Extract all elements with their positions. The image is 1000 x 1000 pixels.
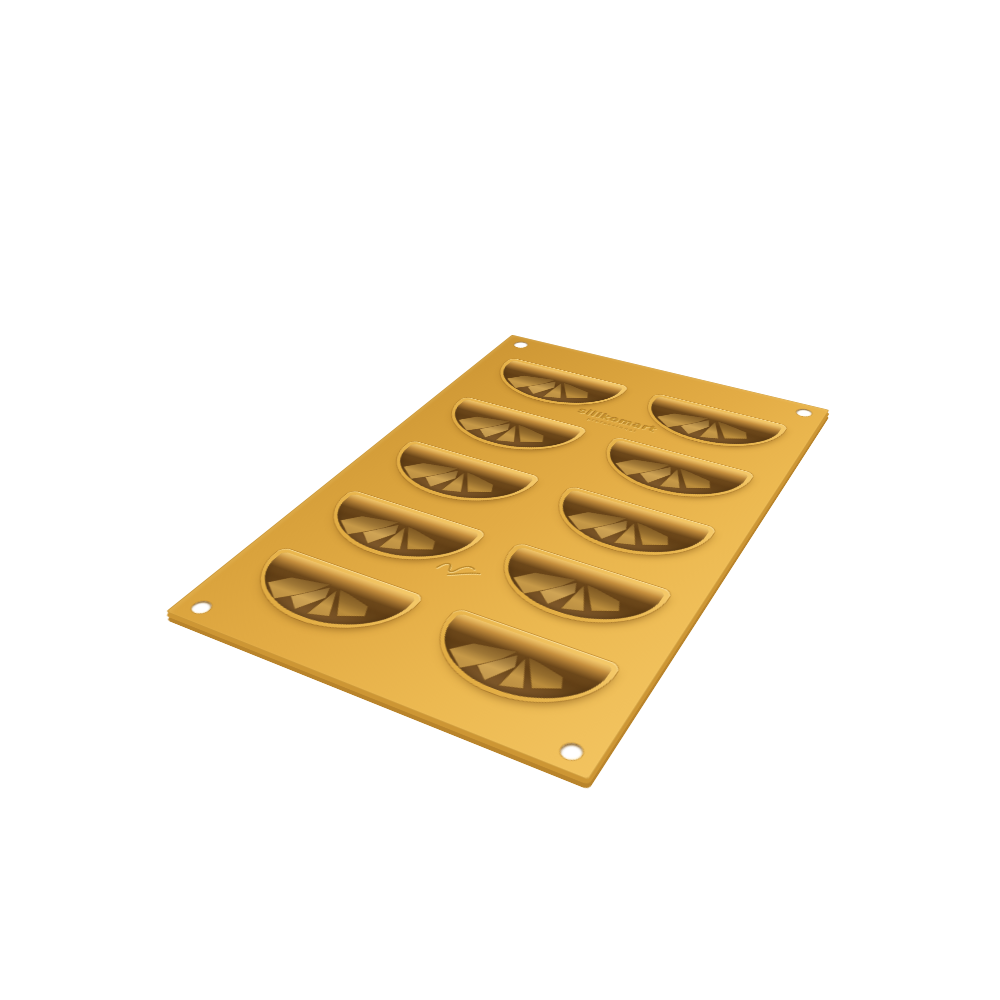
- cavity-pit: [236, 551, 417, 643]
- corner-hole: [512, 341, 531, 349]
- citrus-wedge: [613, 521, 649, 548]
- corner-hole: [794, 408, 813, 418]
- cavity-grid: [512, 335, 830, 410]
- mold-cavity: [408, 608, 622, 726]
- citrus-wedge: [588, 514, 633, 544]
- cavity-pit: [541, 490, 710, 568]
- citrus-wedge: [560, 583, 600, 615]
- w-monogram-icon: [424, 551, 493, 588]
- citrus-wedge: [504, 563, 576, 604]
- citrus-wedge: [256, 568, 331, 610]
- cavity-shadow-overlay: [311, 493, 479, 572]
- product-photo-scene: silikomart professional: [0, 0, 1000, 1000]
- citrus-wedge: [510, 657, 574, 698]
- citrus-wedge: [533, 575, 582, 609]
- citrus-wedge: [395, 456, 459, 487]
- citrus-segments: [242, 563, 401, 640]
- citrus-wedge: [439, 632, 518, 681]
- corner-hole: [556, 740, 586, 763]
- mold-cavity: [304, 490, 487, 577]
- citrus-wedge: [389, 526, 445, 556]
- cavity-shadow-overlay: [541, 490, 710, 568]
- citrus-wedge: [318, 589, 378, 624]
- silicone-mat: silikomart professional: [166, 335, 830, 780]
- citrus-segments: [382, 452, 521, 509]
- citrus-wedge: [469, 646, 524, 687]
- citrus-wedge: [571, 584, 629, 618]
- mold-cavity: [534, 486, 717, 572]
- cavity-pit: [377, 443, 534, 512]
- citrus-wedge: [379, 526, 420, 554]
- cavity-pit: [591, 440, 749, 508]
- corner-hole: [187, 599, 215, 616]
- citrus-wedge: [330, 508, 399, 544]
- citrus-wedge: [281, 579, 335, 614]
- cavity-pit: [417, 613, 614, 720]
- citrus-wedge: [306, 588, 352, 620]
- citrus-segments: [317, 503, 465, 569]
- citrus-segments: [597, 448, 738, 505]
- mold-cavity: [476, 542, 673, 642]
- citrus-wedge: [560, 504, 627, 540]
- cavity-pit: [311, 493, 479, 572]
- mold-cavity: [228, 547, 425, 648]
- cavity-shadow-overlay: [236, 551, 417, 643]
- citrus-wedge: [500, 370, 556, 394]
- citrus-segments: [547, 499, 698, 565]
- mold-cavity: [370, 440, 541, 516]
- citrus-segments: [423, 626, 598, 716]
- citrus-wedge: [451, 410, 510, 437]
- citrus-segments: [439, 407, 570, 457]
- citrus-wedge: [623, 522, 677, 552]
- mold-cavity: [584, 437, 755, 512]
- citrus-segments: [490, 558, 652, 634]
- cavity-shadow-overlay: [484, 547, 666, 638]
- cavity-pit: [484, 547, 666, 638]
- mold-perspective-wrap: silikomart professional: [166, 335, 830, 780]
- citrus-wedge: [355, 518, 404, 548]
- citrus-wedge: [609, 452, 671, 483]
- citrus-wedge: [498, 656, 543, 694]
- cavity-shadow-overlay: [417, 613, 614, 720]
